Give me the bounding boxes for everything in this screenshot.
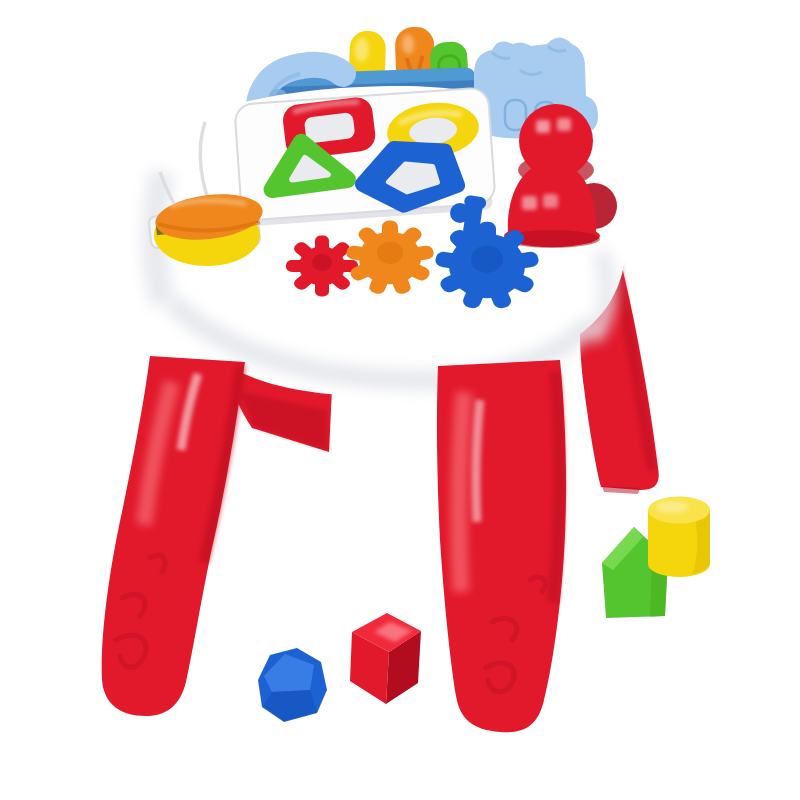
front-left-leg (102, 356, 245, 716)
block-yellow-cylinder (648, 497, 710, 578)
block-red-cube (350, 613, 421, 704)
toy-product-photo (0, 0, 800, 800)
gear-red (286, 235, 358, 296)
block-blue-pentagon (258, 648, 327, 722)
front-right-leg (437, 360, 566, 732)
scene-canvas (0, 0, 800, 800)
